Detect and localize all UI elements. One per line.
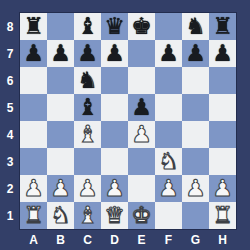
square-g4[interactable] [182,121,209,148]
square-h7[interactable]: ♟ [209,40,236,67]
square-c6[interactable]: ♞ [74,67,101,94]
white-pawn-d2: ♟ [104,175,125,202]
square-f1[interactable] [155,202,182,229]
square-h3[interactable] [209,148,236,175]
square-b4[interactable] [47,121,74,148]
black-knight-c6: ♞ [77,67,98,94]
black-bishop-c5: ♝ [77,94,98,121]
rank-label-6: 6 [0,67,20,94]
black-king-e8: ♚ [131,13,152,40]
rank-label-1: 1 [0,202,20,229]
square-a1[interactable]: ♜ [20,202,47,229]
file-labels: ABCDEFGH [20,229,236,250]
black-pawn-a7: ♟ [23,40,44,67]
black-rook-h8: ♜ [212,13,233,40]
black-queen-d8: ♛ [104,13,125,40]
square-a6[interactable] [20,67,47,94]
square-a4[interactable] [20,121,47,148]
white-pawn-c2: ♟ [77,175,98,202]
white-rook-h1: ♜ [212,202,233,229]
black-bishop-c8: ♝ [77,13,98,40]
square-g2[interactable]: ♟ [182,175,209,202]
square-e2[interactable] [128,175,155,202]
black-pawn-h7: ♟ [212,40,233,67]
square-h2[interactable]: ♟ [209,175,236,202]
white-knight-b1: ♞ [50,202,71,229]
white-bishop-c4: ♝ [77,121,98,148]
square-a3[interactable] [20,148,47,175]
square-f8[interactable] [155,13,182,40]
black-pawn-b7: ♟ [50,40,71,67]
file-label-g: G [182,229,209,250]
square-d5[interactable] [101,94,128,121]
square-a7[interactable]: ♟ [20,40,47,67]
white-pawn-b2: ♟ [50,175,71,202]
square-g6[interactable] [182,67,209,94]
square-f7[interactable]: ♟ [155,40,182,67]
file-label-b: B [47,229,74,250]
white-knight-f3: ♞ [158,148,179,175]
square-c1[interactable]: ♝ [74,202,101,229]
square-c2[interactable]: ♟ [74,175,101,202]
square-h8[interactable]: ♜ [209,13,236,40]
square-h4[interactable] [209,121,236,148]
white-queen-d1: ♛ [104,202,125,229]
black-pawn-c7: ♟ [77,40,98,67]
white-pawn-e4: ♟ [131,121,152,148]
rank-label-5: 5 [0,94,20,121]
rank-label-2: 2 [0,175,20,202]
square-f4[interactable] [155,121,182,148]
rank-label-4: 4 [0,121,20,148]
file-label-a: A [20,229,47,250]
square-e1[interactable]: ♚ [128,202,155,229]
square-b3[interactable] [47,148,74,175]
square-b5[interactable] [47,94,74,121]
square-e4[interactable]: ♟ [128,121,155,148]
chess-board: ♜♝♛♚♞♜♟♟♟♟♟♟♟♞♝♟♝♟♞♟♟♟♟♟♟♟♜♞♝♛♚♜ [20,13,236,229]
square-e7[interactable] [128,40,155,67]
square-b6[interactable] [47,67,74,94]
square-c5[interactable]: ♝ [74,94,101,121]
file-label-e: E [128,229,155,250]
rank-label-7: 7 [0,40,20,67]
white-pawn-g2: ♟ [185,175,206,202]
rank-label-3: 3 [0,148,20,175]
square-e3[interactable] [128,148,155,175]
file-label-h: H [209,229,236,250]
square-e5[interactable]: ♟ [128,94,155,121]
square-d8[interactable]: ♛ [101,13,128,40]
square-f5[interactable] [155,94,182,121]
file-label-f: F [155,229,182,250]
black-pawn-e5: ♟ [131,94,152,121]
square-d1[interactable]: ♛ [101,202,128,229]
square-f3[interactable]: ♞ [155,148,182,175]
black-pawn-d7: ♟ [104,40,125,67]
square-f2[interactable]: ♟ [155,175,182,202]
square-g7[interactable]: ♟ [182,40,209,67]
square-h5[interactable] [209,94,236,121]
square-c8[interactable]: ♝ [74,13,101,40]
square-e6[interactable] [128,67,155,94]
square-b7[interactable]: ♟ [47,40,74,67]
square-h1[interactable]: ♜ [209,202,236,229]
square-b8[interactable] [47,13,74,40]
square-h6[interactable] [209,67,236,94]
black-pawn-f7: ♟ [158,40,179,67]
square-a2[interactable]: ♟ [20,175,47,202]
square-b1[interactable]: ♞ [47,202,74,229]
white-rook-a1: ♜ [23,202,44,229]
square-c3[interactable] [74,148,101,175]
square-a5[interactable] [20,94,47,121]
square-c4[interactable]: ♝ [74,121,101,148]
file-label-d: D [101,229,128,250]
square-d7[interactable]: ♟ [101,40,128,67]
rank-labels: 87654321 [0,13,20,229]
black-rook-a8: ♜ [23,13,44,40]
square-f6[interactable] [155,67,182,94]
white-king-e1: ♚ [131,202,152,229]
white-pawn-a2: ♟ [23,175,44,202]
rank-label-8: 8 [0,13,20,40]
black-knight-g8: ♞ [185,13,206,40]
white-pawn-h2: ♟ [212,175,233,202]
square-g5[interactable] [182,94,209,121]
square-b2[interactable]: ♟ [47,175,74,202]
square-g3[interactable] [182,148,209,175]
white-bishop-c1: ♝ [77,202,98,229]
square-c7[interactable]: ♟ [74,40,101,67]
square-d6[interactable] [101,67,128,94]
square-g8[interactable]: ♞ [182,13,209,40]
square-d3[interactable] [101,148,128,175]
black-pawn-g7: ♟ [185,40,206,67]
white-pawn-f2: ♟ [158,175,179,202]
square-g1[interactable] [182,202,209,229]
file-label-c: C [74,229,101,250]
square-a8[interactable]: ♜ [20,13,47,40]
square-e8[interactable]: ♚ [128,13,155,40]
square-d2[interactable]: ♟ [101,175,128,202]
square-d4[interactable] [101,121,128,148]
